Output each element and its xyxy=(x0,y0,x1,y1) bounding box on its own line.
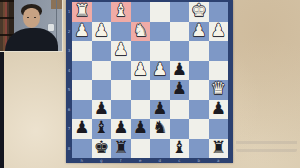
white-pawn-e4[interactable]: ♟ xyxy=(133,61,148,79)
square-c5[interactable]: ♟ xyxy=(170,80,190,100)
file-label-d: d xyxy=(150,158,170,163)
white-pawn-g2[interactable]: ♟ xyxy=(94,22,109,40)
square-h3[interactable] xyxy=(72,41,92,61)
white-pawn-a2[interactable]: ♟ xyxy=(211,22,226,40)
square-f1[interactable]: ♝ xyxy=(111,2,131,22)
square-g2[interactable]: ♟ xyxy=(92,22,112,42)
square-c6[interactable] xyxy=(170,100,190,120)
square-b3[interactable] xyxy=(189,41,209,61)
black-pawn-c5[interactable]: ♟ xyxy=(172,80,187,98)
white-pawn-h2[interactable]: ♟ xyxy=(74,22,89,40)
black-knight-d7[interactable]: ♞ xyxy=(152,119,167,137)
left-edge-strip xyxy=(0,52,4,168)
square-a8[interactable]: ♜ xyxy=(209,139,229,159)
square-h8[interactable] xyxy=(72,139,92,159)
square-g5[interactable] xyxy=(92,80,112,100)
square-e3[interactable] xyxy=(131,41,151,61)
square-d4[interactable]: ♟ xyxy=(150,61,170,81)
square-g6[interactable]: ♟ xyxy=(92,100,112,120)
black-pawn-c4[interactable]: ♟ xyxy=(172,61,187,79)
square-d3[interactable] xyxy=(150,41,170,61)
square-b5[interactable] xyxy=(189,80,209,100)
white-pawn-d4[interactable]: ♟ xyxy=(152,61,167,79)
square-a4[interactable] xyxy=(209,61,229,81)
streamer-eye-right xyxy=(34,17,36,18)
streamer-eye-left xyxy=(27,17,29,18)
square-e6[interactable] xyxy=(131,100,151,120)
black-pawn-f7[interactable]: ♟ xyxy=(113,119,128,137)
square-e5[interactable] xyxy=(131,80,151,100)
black-pawn-g6[interactable]: ♟ xyxy=(94,100,109,118)
square-d7[interactable]: ♞ xyxy=(150,119,170,139)
black-bishop-g7[interactable]: ♝ xyxy=(94,119,109,137)
black-rook-a8[interactable]: ♜ xyxy=(211,139,226,157)
file-label-g: g xyxy=(92,158,112,163)
square-c2[interactable] xyxy=(170,22,190,42)
file-labels: hgfedcba xyxy=(72,158,228,163)
video-frame: 12345678 hgfedcba ♜♝♚♟♟♞♟♟♟♟♟♟♟♛♟♟♟♟♝♟♟♞… xyxy=(0,0,300,168)
square-g3[interactable] xyxy=(92,41,112,61)
square-c3[interactable] xyxy=(170,41,190,61)
square-f7[interactable]: ♟ xyxy=(111,119,131,139)
file-label-c: c xyxy=(170,158,190,163)
light-switch xyxy=(48,24,54,31)
white-king-b1[interactable]: ♚ xyxy=(191,2,206,20)
square-e1[interactable] xyxy=(131,2,151,22)
file-label-e: e xyxy=(131,158,151,163)
square-a7[interactable] xyxy=(209,119,229,139)
square-a3[interactable] xyxy=(209,41,229,61)
black-bishop-c8[interactable]: ♝ xyxy=(172,139,187,157)
board-grid: ♜♝♚♟♟♞♟♟♟♟♟♟♟♛♟♟♟♟♝♟♟♞♚♜♝♜ xyxy=(72,2,228,158)
black-pawn-a6[interactable]: ♟ xyxy=(211,100,226,118)
square-b8[interactable] xyxy=(189,139,209,159)
square-f3[interactable]: ♟ xyxy=(111,41,131,61)
square-g7[interactable]: ♝ xyxy=(92,119,112,139)
square-d6[interactable]: ♟ xyxy=(150,100,170,120)
square-g4[interactable] xyxy=(92,61,112,81)
square-d2[interactable] xyxy=(150,22,170,42)
square-e4[interactable]: ♟ xyxy=(131,61,151,81)
file-label-b: b xyxy=(189,158,209,163)
black-pawn-h7[interactable]: ♟ xyxy=(74,119,89,137)
chess-board: 12345678 hgfedcba ♜♝♚♟♟♞♟♟♟♟♟♟♟♛♟♟♟♟♝♟♟♞… xyxy=(66,0,233,163)
square-f4[interactable] xyxy=(111,61,131,81)
streamer-face xyxy=(23,8,40,28)
square-f8[interactable]: ♜ xyxy=(111,139,131,159)
webcam-feed xyxy=(0,0,63,52)
square-c7[interactable] xyxy=(170,119,190,139)
square-f5[interactable] xyxy=(111,80,131,100)
square-b6[interactable] xyxy=(189,100,209,120)
square-e7[interactable]: ♟ xyxy=(131,119,151,139)
watermark-smudge xyxy=(236,137,297,152)
white-queen-a5[interactable]: ♛ xyxy=(211,80,226,98)
file-label-f: f xyxy=(111,158,131,163)
square-a1[interactable] xyxy=(209,2,229,22)
square-a2[interactable]: ♟ xyxy=(209,22,229,42)
white-rook-h1[interactable]: ♜ xyxy=(74,2,89,20)
square-h4[interactable] xyxy=(72,61,92,81)
white-knight-e2[interactable]: ♞ xyxy=(133,22,148,40)
square-g8[interactable]: ♚ xyxy=(92,139,112,159)
black-rook-f8[interactable]: ♜ xyxy=(113,139,128,157)
square-b7[interactable] xyxy=(189,119,209,139)
square-a6[interactable]: ♟ xyxy=(209,100,229,120)
black-pawn-d6[interactable]: ♟ xyxy=(152,100,167,118)
square-h2[interactable]: ♟ xyxy=(72,22,92,42)
square-b1[interactable]: ♚ xyxy=(189,2,209,22)
square-f2[interactable] xyxy=(111,22,131,42)
square-c4[interactable]: ♟ xyxy=(170,61,190,81)
square-b4[interactable] xyxy=(189,61,209,81)
white-pawn-f3[interactable]: ♟ xyxy=(113,41,128,59)
square-d8[interactable] xyxy=(150,139,170,159)
black-king-g8[interactable]: ♚ xyxy=(94,139,109,157)
square-a5[interactable]: ♛ xyxy=(209,80,229,100)
square-h6[interactable] xyxy=(72,100,92,120)
square-f6[interactable] xyxy=(111,100,131,120)
file-label-a: a xyxy=(209,158,229,163)
square-h7[interactable]: ♟ xyxy=(72,119,92,139)
white-pawn-b2[interactable]: ♟ xyxy=(191,22,206,40)
square-c8[interactable]: ♝ xyxy=(170,139,190,159)
square-c1[interactable] xyxy=(170,2,190,22)
white-bishop-f1[interactable]: ♝ xyxy=(113,2,128,20)
square-b2[interactable]: ♟ xyxy=(189,22,209,42)
square-d5[interactable] xyxy=(150,80,170,100)
file-label-h: h xyxy=(72,158,92,163)
square-e8[interactable] xyxy=(131,139,151,159)
square-e2[interactable]: ♞ xyxy=(131,22,151,42)
square-h5[interactable] xyxy=(72,80,92,100)
black-pawn-e7[interactable]: ♟ xyxy=(133,119,148,137)
square-g1[interactable] xyxy=(92,2,112,22)
square-d1[interactable] xyxy=(150,2,170,22)
square-h1[interactable]: ♜ xyxy=(72,2,92,22)
